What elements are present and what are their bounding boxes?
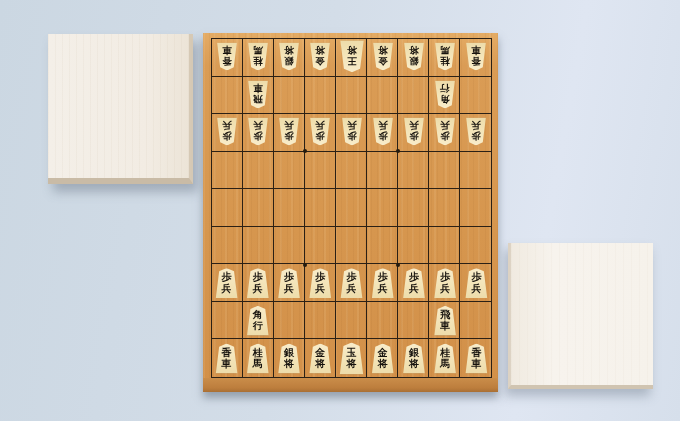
piece-pawn[interactable]: 歩兵 [216, 118, 238, 146]
piece-kanji: 歩 [315, 271, 325, 283]
piece-king[interactable]: 王将 [339, 40, 365, 72]
piece-kanji: 歩 [222, 271, 232, 283]
piece-kanji: 歩 [440, 132, 450, 143]
piece-kanji: 歩 [471, 271, 481, 283]
piece-kanji: 飛 [253, 94, 263, 105]
piece-rook[interactable]: 飛車 [247, 80, 269, 108]
star-point [303, 149, 307, 153]
pieces-layer: 香車桂馬銀将金将王将金将銀将桂馬香車飛車角行歩兵歩兵歩兵歩兵歩兵歩兵歩兵歩兵歩兵… [211, 38, 492, 378]
piece-pawn[interactable]: 歩兵 [246, 268, 270, 298]
piece-kanji: 将 [409, 359, 419, 371]
piece-kanji: 兵 [347, 283, 357, 295]
piece-silver[interactable]: 銀将 [403, 42, 425, 70]
piece-kanji: 将 [347, 45, 357, 56]
piece-knight[interactable]: 桂馬 [434, 42, 456, 70]
piece-kanji: 兵 [409, 121, 419, 132]
piece-knight[interactable]: 桂馬 [246, 344, 270, 374]
piece-kanji: 桂 [253, 347, 263, 359]
piece-kanji: 角 [440, 94, 450, 105]
piece-pawn[interactable]: 歩兵 [247, 118, 269, 146]
piece-kanji: 歩 [316, 132, 326, 143]
piece-kanji: 車 [440, 321, 450, 333]
piece-pawn[interactable]: 歩兵 [403, 118, 425, 146]
piece-kanji: 兵 [471, 283, 481, 295]
star-point [396, 149, 400, 153]
komadai-left [48, 34, 193, 184]
piece-pawn[interactable]: 歩兵 [215, 268, 239, 298]
piece-kanji: 歩 [378, 271, 388, 283]
piece-pawn[interactable]: 歩兵 [372, 118, 394, 146]
piece-kanji: 歩 [347, 271, 357, 283]
piece-pawn[interactable]: 歩兵 [371, 268, 395, 298]
piece-knight[interactable]: 桂馬 [247, 42, 269, 70]
piece-lance[interactable]: 香車 [216, 42, 238, 70]
piece-kanji: 金 [378, 347, 388, 359]
piece-kanji: 兵 [253, 121, 263, 132]
piece-kanji: 金 [315, 347, 325, 359]
piece-kanji: 将 [316, 45, 326, 56]
piece-pawn[interactable]: 歩兵 [277, 268, 301, 298]
piece-kanji: 将 [347, 358, 357, 370]
piece-kanji: 飛 [440, 309, 450, 321]
piece-kanji: 歩 [347, 132, 357, 143]
scene: { "game": "shogi", "scene": "Overhead ph… [0, 0, 680, 421]
piece-kanji: 兵 [347, 121, 357, 132]
star-point [396, 263, 400, 267]
piece-kanji: 銀 [284, 347, 294, 359]
piece-kanji: 歩 [409, 271, 419, 283]
piece-kanji: 歩 [472, 132, 482, 143]
piece-pawn[interactable]: 歩兵 [464, 268, 488, 298]
piece-kanji: 角 [253, 309, 263, 321]
piece-pawn[interactable]: 歩兵 [309, 118, 331, 146]
piece-kanji: 銀 [409, 56, 419, 67]
shogi-board: 香車桂馬銀将金将王将金将銀将桂馬香車飛車角行歩兵歩兵歩兵歩兵歩兵歩兵歩兵歩兵歩兵… [203, 33, 498, 392]
piece-lance[interactable]: 香車 [465, 42, 487, 70]
piece-kanji: 香 [472, 56, 482, 67]
piece-gold[interactable]: 金将 [372, 42, 394, 70]
piece-knight[interactable]: 桂馬 [433, 344, 457, 374]
piece-king[interactable]: 玉将 [339, 342, 365, 374]
piece-kanji: 将 [409, 45, 419, 56]
piece-kanji: 金 [378, 56, 388, 67]
piece-kanji: 兵 [378, 283, 388, 295]
piece-kanji: 王 [347, 56, 357, 67]
piece-pawn[interactable]: 歩兵 [433, 268, 457, 298]
piece-gold[interactable]: 金将 [371, 344, 395, 374]
piece-gold[interactable]: 金将 [309, 42, 331, 70]
piece-kanji: 桂 [253, 56, 263, 67]
piece-kanji: 兵 [222, 121, 232, 132]
piece-bishop[interactable]: 角行 [434, 80, 456, 108]
piece-kanji: 兵 [284, 121, 294, 132]
piece-pawn[interactable]: 歩兵 [402, 268, 426, 298]
piece-kanji: 行 [253, 321, 263, 333]
piece-kanji: 歩 [440, 271, 450, 283]
piece-kanji: 将 [315, 359, 325, 371]
piece-kanji: 兵 [440, 121, 450, 132]
piece-kanji: 将 [378, 359, 388, 371]
piece-kanji: 兵 [440, 283, 450, 295]
piece-kanji: 桂 [440, 347, 450, 359]
piece-kanji: 香 [222, 56, 232, 67]
piece-kanji: 銀 [409, 347, 419, 359]
piece-kanji: 兵 [378, 121, 388, 132]
piece-kanji: 歩 [284, 271, 294, 283]
piece-kanji: 車 [222, 45, 232, 56]
komadai-right [508, 243, 653, 389]
piece-silver[interactable]: 銀将 [402, 344, 426, 374]
piece-kanji: 香 [471, 347, 481, 359]
piece-kanji: 車 [222, 359, 232, 371]
piece-kanji: 馬 [253, 45, 263, 56]
piece-kanji: 車 [253, 83, 263, 94]
board-front-edge [203, 378, 498, 392]
piece-pawn[interactable]: 歩兵 [340, 268, 364, 298]
piece-pawn[interactable]: 歩兵 [308, 268, 332, 298]
piece-kanji: 金 [316, 56, 326, 67]
piece-kanji: 将 [284, 45, 294, 56]
piece-kanji: 行 [440, 83, 450, 94]
piece-kanji: 馬 [253, 359, 263, 371]
piece-lance[interactable]: 香車 [215, 344, 239, 374]
piece-kanji: 車 [471, 359, 481, 371]
piece-kanji: 兵 [315, 283, 325, 295]
piece-pawn[interactable]: 歩兵 [278, 118, 300, 146]
piece-kanji: 玉 [347, 347, 357, 359]
piece-kanji: 歩 [284, 132, 294, 143]
piece-kanji: 歩 [253, 132, 263, 143]
piece-kanji: 兵 [409, 283, 419, 295]
piece-bishop[interactable]: 角行 [246, 306, 270, 336]
piece-kanji: 兵 [222, 283, 232, 295]
piece-pawn[interactable]: 歩兵 [341, 118, 363, 146]
piece-kanji: 馬 [440, 359, 450, 371]
piece-silver[interactable]: 銀将 [277, 344, 301, 374]
piece-kanji: 桂 [440, 56, 450, 67]
piece-rook[interactable]: 飛車 [433, 306, 457, 336]
piece-kanji: 歩 [409, 132, 419, 143]
piece-kanji: 将 [378, 45, 388, 56]
piece-kanji: 歩 [222, 132, 232, 143]
piece-kanji: 兵 [253, 283, 263, 295]
piece-silver[interactable]: 銀将 [278, 42, 300, 70]
piece-pawn[interactable]: 歩兵 [434, 118, 456, 146]
piece-pawn[interactable]: 歩兵 [465, 118, 487, 146]
piece-gold[interactable]: 金将 [308, 344, 332, 374]
piece-kanji: 兵 [472, 121, 482, 132]
piece-kanji: 歩 [378, 132, 388, 143]
piece-kanji: 香 [222, 347, 232, 359]
piece-lance[interactable]: 香車 [464, 344, 488, 374]
piece-kanji: 歩 [253, 271, 263, 283]
piece-kanji: 馬 [440, 45, 450, 56]
star-point [303, 263, 307, 267]
piece-kanji: 兵 [316, 121, 326, 132]
piece-kanji: 銀 [284, 56, 294, 67]
piece-kanji: 兵 [284, 283, 294, 295]
piece-kanji: 将 [284, 359, 294, 371]
piece-kanji: 車 [472, 45, 482, 56]
